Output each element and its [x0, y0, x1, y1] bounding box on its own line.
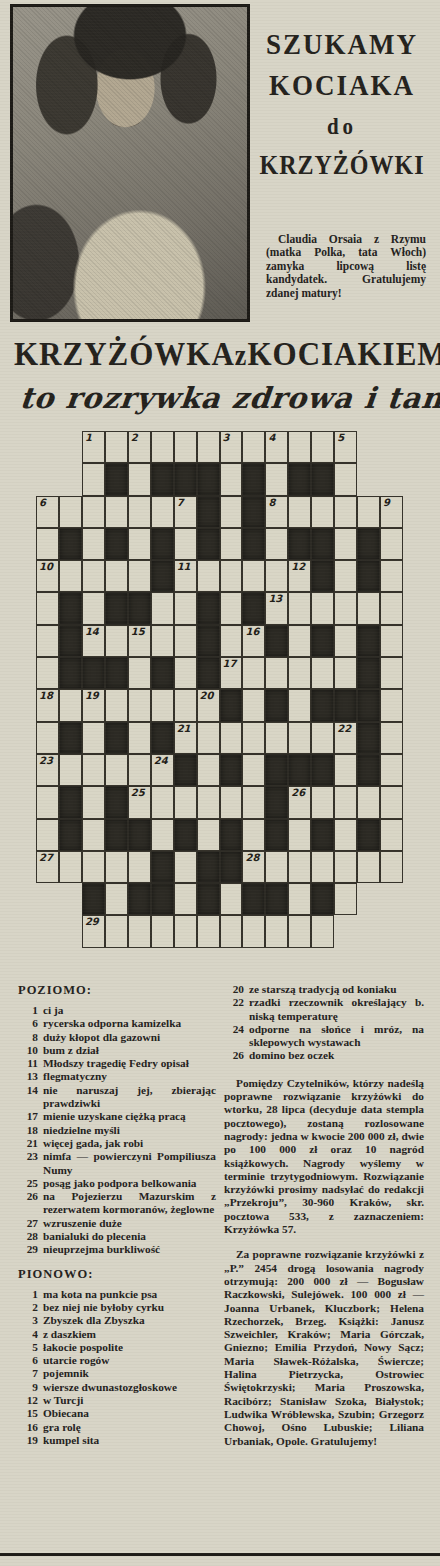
black-cell: [197, 851, 220, 883]
grid-cell[interactable]: [36, 786, 59, 818]
grid-cell[interactable]: [82, 496, 105, 528]
grid-cell[interactable]: [59, 496, 82, 528]
clue-number: 10: [18, 1044, 43, 1057]
grid-cell[interactable]: [128, 528, 151, 560]
grid-cell[interactable]: [242, 754, 265, 786]
grid-cell[interactable]: [220, 625, 243, 657]
grid-cell[interactable]: [242, 819, 265, 851]
black-cell: [311, 463, 334, 495]
grid-cell[interactable]: [59, 754, 82, 786]
grid-cell[interactable]: [242, 657, 265, 689]
grid-cell[interactable]: 13: [265, 592, 288, 624]
grid-cell[interactable]: [82, 722, 105, 754]
clue-number: 29: [18, 1243, 43, 1256]
black-cell: [357, 722, 380, 754]
clue-number: 26: [18, 1190, 43, 1217]
grid-cell[interactable]: [151, 689, 174, 721]
grid-cell[interactable]: [220, 883, 243, 915]
grid-cell[interactable]: [311, 722, 334, 754]
across-clue-list: 1ci ja6rycerska odporna kamizelka8duży k…: [18, 1004, 216, 1257]
cell-number: 3: [223, 432, 230, 444]
grid-cell[interactable]: 27: [36, 851, 59, 883]
grid-cell[interactable]: [311, 851, 334, 883]
black-cell: [265, 883, 288, 915]
grid-cell[interactable]: 18: [36, 689, 59, 721]
grid-cell[interactable]: [288, 592, 311, 624]
grid-cell[interactable]: 25: [128, 786, 151, 818]
grid-cell[interactable]: [288, 431, 311, 463]
grid-cell[interactable]: [174, 625, 197, 657]
grid-cell[interactable]: [334, 819, 357, 851]
grid-cell[interactable]: [311, 657, 334, 689]
grid-cell[interactable]: [334, 625, 357, 657]
clue-number: 8: [18, 1031, 43, 1044]
cell-number: 5: [337, 432, 344, 444]
clue-number: 17: [18, 1110, 43, 1123]
black-cell: [59, 625, 82, 657]
grid-cell[interactable]: [128, 915, 151, 947]
clue-item: 1ma kota na punkcie psa: [18, 1288, 216, 1301]
cell-number: 11: [177, 561, 191, 573]
clue-text: wiersze dwunastozgłoskowe: [43, 1381, 216, 1394]
grid-cell[interactable]: [288, 657, 311, 689]
grid-cell[interactable]: [174, 657, 197, 689]
black-cell: [128, 819, 151, 851]
clue-text: mienie uzyskane ciężką pracą: [43, 1110, 216, 1123]
clue-item: 10bum z dział: [18, 1044, 216, 1057]
grid-cell[interactable]: [380, 786, 403, 818]
grid-cell[interactable]: [197, 915, 220, 947]
black-cell: [311, 754, 334, 786]
grid-cell[interactable]: [105, 915, 128, 947]
grid-cell[interactable]: [380, 657, 403, 689]
black-cell: [105, 819, 128, 851]
grid-cell[interactable]: [334, 754, 357, 786]
grid-cell[interactable]: 1: [82, 431, 105, 463]
grid-cell[interactable]: 11: [174, 560, 197, 592]
grid-cell[interactable]: 12: [288, 560, 311, 592]
grid-cell[interactable]: [82, 851, 105, 883]
tagline: to rozrywka zdrowa i tania: [18, 381, 422, 415]
portrait-photo: [10, 4, 250, 322]
clue-number: 11: [18, 1057, 43, 1070]
grid-cell[interactable]: [265, 528, 288, 560]
clue-text: Zbyszek dla Zbyszka: [43, 1314, 216, 1327]
grid-cell[interactable]: [151, 625, 174, 657]
black-cell: [220, 851, 243, 883]
grid-cell[interactable]: [105, 883, 128, 915]
cell-number: 1: [85, 432, 92, 444]
magazine-page: { "page": {"background": "#d8d5c7", "ink…: [0, 0, 440, 1566]
black-cell: [128, 883, 151, 915]
contest-paragraph-2: Za poprawne rozwiązanie krzyżówki z „P.”…: [224, 1248, 424, 1447]
grid-cell[interactable]: [380, 592, 403, 624]
intro-paragraph: Claudia Orsaia z Rzymu (matka Polka, tat…: [266, 233, 426, 301]
grid-cell[interactable]: [174, 528, 197, 560]
grid-cell[interactable]: 4: [265, 431, 288, 463]
grid-cell[interactable]: 17: [220, 657, 243, 689]
black-cell: [151, 560, 174, 592]
grid-cell[interactable]: [59, 689, 82, 721]
page-title: KRZYŻÓWKA z KOCIAKIEM: [14, 334, 426, 374]
black-cell: [59, 657, 82, 689]
grid-cell[interactable]: [174, 851, 197, 883]
black-cell: [311, 528, 334, 560]
grid-cell[interactable]: [242, 560, 265, 592]
grid-cell[interactable]: 20: [197, 689, 220, 721]
black-cell: [197, 496, 220, 528]
grid-cell[interactable]: [151, 915, 174, 947]
black-cell: [197, 883, 220, 915]
across-header: POZIOMO:: [18, 983, 216, 998]
black-cell: [357, 657, 380, 689]
black-cell: [105, 786, 128, 818]
grid-cell[interactable]: [82, 560, 105, 592]
clue-item: 6rycerska odporna kamizelka: [18, 1017, 216, 1030]
clue-number: 2: [18, 1301, 43, 1314]
grid-cell[interactable]: [82, 592, 105, 624]
grid-cell[interactable]: [174, 915, 197, 947]
grid-cell[interactable]: [105, 496, 128, 528]
grid-cell[interactable]: [265, 463, 288, 495]
black-cell: [151, 463, 174, 495]
black-cell: [220, 689, 243, 721]
grid-cell[interactable]: [220, 560, 243, 592]
grid-cell[interactable]: [334, 883, 357, 915]
clue-item: 2bez niej nie byłoby cyrku: [18, 1301, 216, 1314]
masthead-line-4: KRZYŻÓWKI: [256, 149, 428, 181]
grid-cell[interactable]: [36, 819, 59, 851]
grid-cell[interactable]: [151, 592, 174, 624]
grid-cell[interactable]: [380, 851, 403, 883]
clue-item: 6utarcie rogów: [18, 1354, 216, 1367]
clue-item: 14nie naruszaj jej, zbierając prawdziwki: [18, 1084, 216, 1111]
clue-number: 20: [224, 983, 249, 996]
grid-cell[interactable]: [197, 560, 220, 592]
clue-number: 4: [18, 1328, 43, 1341]
grid-cell[interactable]: [288, 819, 311, 851]
clue-number: 21: [18, 1137, 43, 1150]
grid-cell[interactable]: [36, 657, 59, 689]
grid-cell[interactable]: 16: [242, 625, 265, 657]
grid-cell[interactable]: [265, 560, 288, 592]
clue-item: 15Obiecana: [18, 1407, 216, 1420]
grid-cell[interactable]: 19: [82, 689, 105, 721]
grid-cell[interactable]: 29: [82, 915, 105, 947]
clue-item: 17mienie uzyskane ciężką pracą: [18, 1110, 216, 1123]
grid-cell[interactable]: [36, 528, 59, 560]
grid-cell[interactable]: [288, 722, 311, 754]
grid-cell[interactable]: [242, 915, 265, 947]
grid-cell[interactable]: [288, 915, 311, 947]
grid-cell[interactable]: [128, 754, 151, 786]
grid-cell[interactable]: [357, 851, 380, 883]
grid-cell[interactable]: [128, 689, 151, 721]
black-cell: [197, 528, 220, 560]
grid-cell[interactable]: [288, 625, 311, 657]
clue-item: 29nieuprzejma burkliwość: [18, 1243, 216, 1256]
clue-number: 27: [18, 1217, 43, 1230]
grid-cell[interactable]: [334, 463, 357, 495]
cell-number: 25: [131, 787, 145, 799]
grid-cell[interactable]: [380, 819, 403, 851]
clue-number: 5: [18, 1341, 43, 1354]
clues-right-column: 20ze starszą tradycją od koniaku22rzadki…: [224, 983, 424, 1460]
clue-item: 11Młodszy tragedię Fedry opisał: [18, 1057, 216, 1070]
grid-cell[interactable]: [105, 625, 128, 657]
grid-cell[interactable]: [242, 786, 265, 818]
grid-cell[interactable]: [105, 689, 128, 721]
clue-item: 28banialuki do plecenia: [18, 1230, 216, 1243]
grid-cell[interactable]: [380, 528, 403, 560]
black-cell: [220, 754, 243, 786]
grid-cell[interactable]: [128, 851, 151, 883]
clue-text: kumpel sita: [43, 1434, 216, 1447]
grid-cell[interactable]: [174, 883, 197, 915]
clue-item: 20ze starszą tradycją od koniaku: [224, 983, 424, 996]
clue-text: nimfa — powierczyni Pompiliusza Numy: [43, 1150, 216, 1177]
grid-cell[interactable]: 22: [334, 722, 357, 754]
black-cell: [59, 528, 82, 560]
cell-number: 17: [223, 658, 237, 670]
grid-cell[interactable]: [174, 592, 197, 624]
black-cell: [174, 463, 197, 495]
grid-cell[interactable]: [311, 592, 334, 624]
black-cell: [265, 689, 288, 721]
grid-cell[interactable]: [357, 592, 380, 624]
grid-cell[interactable]: 26: [288, 786, 311, 818]
grid-cell[interactable]: [197, 754, 220, 786]
grid-cell[interactable]: 5: [334, 431, 357, 463]
black-cell: [59, 819, 82, 851]
grid-cell[interactable]: [82, 754, 105, 786]
clue-text: rycerska odporna kamizelka: [43, 1017, 216, 1030]
grid-cell[interactable]: [380, 754, 403, 786]
clue-text: rzadki rzeczownik określający b. niską t…: [249, 996, 424, 1023]
grid-cell[interactable]: [36, 592, 59, 624]
grid-cell[interactable]: [288, 883, 311, 915]
grid-cell[interactable]: 8: [265, 496, 288, 528]
clue-number: 6: [18, 1354, 43, 1367]
grid-cell[interactable]: [220, 722, 243, 754]
grid-cell[interactable]: 15: [128, 625, 151, 657]
black-cell: [357, 625, 380, 657]
grid-cell[interactable]: [334, 657, 357, 689]
grid-cell[interactable]: [311, 431, 334, 463]
grid-cell[interactable]: 21: [174, 722, 197, 754]
black-cell: [288, 463, 311, 495]
clue-text: wzruszenie duże: [43, 1217, 216, 1230]
grid-cell[interactable]: [220, 786, 243, 818]
clue-item: 3Zbyszek dla Zbyszka: [18, 1314, 216, 1327]
clue-number: 19: [18, 1434, 43, 1447]
grid-cell[interactable]: [380, 689, 403, 721]
grid-cell[interactable]: [59, 851, 82, 883]
clue-item: 27wzruszenie duże: [18, 1217, 216, 1230]
grid-cell[interactable]: [265, 657, 288, 689]
grid-cell[interactable]: [380, 560, 403, 592]
grid-cell[interactable]: [128, 496, 151, 528]
grid-cell[interactable]: [105, 851, 128, 883]
clue-text: łakocie pospolite: [43, 1341, 216, 1354]
cell-number: 10: [39, 561, 53, 573]
grid-cell[interactable]: [357, 786, 380, 818]
grid-cell[interactable]: [59, 560, 82, 592]
clue-item: 26domino bez oczek: [224, 1049, 424, 1062]
grid-cell[interactable]: [82, 528, 105, 560]
grid-cell[interactable]: [334, 496, 357, 528]
black-cell: [265, 819, 288, 851]
grid-cell[interactable]: [36, 722, 59, 754]
grid-cell[interactable]: [242, 689, 265, 721]
grid-cell[interactable]: [220, 915, 243, 947]
cell-number: 19: [85, 690, 99, 702]
black-cell: [151, 851, 174, 883]
clue-text: posąg jako podpora belkowania: [43, 1177, 216, 1190]
clue-number: 3: [18, 1314, 43, 1327]
grid-cell[interactable]: [128, 560, 151, 592]
grid-cell[interactable]: [288, 851, 311, 883]
grid-cell[interactable]: [197, 431, 220, 463]
cell-number: 28: [245, 852, 259, 864]
clues-left-column: POZIOMO: 1ci ja6rycerska odporna kamizel…: [18, 983, 216, 1447]
grid-cell[interactable]: [220, 496, 243, 528]
grid-cell[interactable]: [380, 625, 403, 657]
clue-number: 14: [18, 1084, 43, 1111]
clue-item: 18niedzielne myśli: [18, 1124, 216, 1137]
grid-cell[interactable]: [174, 431, 197, 463]
grid-cell[interactable]: [220, 592, 243, 624]
grid-cell[interactable]: [151, 819, 174, 851]
grid-cell[interactable]: [334, 560, 357, 592]
grid-cell[interactable]: [265, 915, 288, 947]
grid-cell[interactable]: [82, 819, 105, 851]
clue-number: 24: [224, 1023, 249, 1050]
black-cell: [242, 528, 265, 560]
grid-cell[interactable]: [128, 722, 151, 754]
black-cell: [357, 560, 380, 592]
clue-item: 9wiersze dwunastozgłoskowe: [18, 1381, 216, 1394]
grid-cell[interactable]: [105, 754, 128, 786]
masthead-line-2: KOCIAKA: [256, 69, 428, 101]
grid-cell[interactable]: [197, 786, 220, 818]
grid-cell[interactable]: 10: [36, 560, 59, 592]
clue-text: domino bez oczek: [249, 1049, 424, 1062]
clue-number: 12: [18, 1394, 43, 1407]
grid-cell[interactable]: [334, 851, 357, 883]
cell-number: 6: [39, 497, 46, 509]
cell-number: 22: [337, 723, 351, 735]
cell-number: 24: [154, 755, 168, 767]
grid-cell[interactable]: [334, 528, 357, 560]
cell-number: 2: [131, 432, 138, 444]
clue-number: 22: [224, 996, 249, 1023]
grid-cell[interactable]: [288, 496, 311, 528]
clue-text: Młodszy tragedię Fedry opisał: [43, 1057, 216, 1070]
clue-number: 18: [18, 1124, 43, 1137]
grid-cell[interactable]: [82, 786, 105, 818]
black-cell: [151, 657, 174, 689]
grid-cell[interactable]: [82, 463, 105, 495]
grid-cell[interactable]: [334, 786, 357, 818]
grid-cell[interactable]: 28: [242, 851, 265, 883]
grid-cell[interactable]: 7: [174, 496, 197, 528]
grid-cell[interactable]: 24: [151, 754, 174, 786]
cell-number: 23: [39, 755, 53, 767]
grid-cell[interactable]: [311, 496, 334, 528]
grid-cell[interactable]: [128, 657, 151, 689]
grid-cell[interactable]: [265, 722, 288, 754]
grid-cell[interactable]: [197, 819, 220, 851]
grid-cell[interactable]: [288, 689, 311, 721]
black-cell: [105, 722, 128, 754]
grid-cell[interactable]: [105, 431, 128, 463]
grid-cell[interactable]: [242, 722, 265, 754]
grid-cell[interactable]: 6: [36, 496, 59, 528]
grid-cell[interactable]: [380, 722, 403, 754]
grid-cell[interactable]: 23: [36, 754, 59, 786]
black-cell: [197, 463, 220, 495]
page-bottom-rule: [0, 1553, 440, 1556]
grid-cell[interactable]: [357, 496, 380, 528]
grid-cell[interactable]: [174, 689, 197, 721]
grid-cell[interactable]: [151, 786, 174, 818]
grid-cell[interactable]: [128, 463, 151, 495]
black-cell: [311, 560, 334, 592]
clue-text: z daszkiem: [43, 1328, 216, 1341]
grid-cell[interactable]: [151, 431, 174, 463]
clue-item: 8duży kłopot dla gazowni: [18, 1031, 216, 1044]
grid-cell[interactable]: 3: [220, 431, 243, 463]
grid-cell[interactable]: [311, 786, 334, 818]
clue-text: gra rolę: [43, 1421, 216, 1434]
grid-cell[interactable]: 14: [82, 625, 105, 657]
grid-cell[interactable]: [105, 560, 128, 592]
clue-number: 15: [18, 1407, 43, 1420]
black-cell: [357, 689, 380, 721]
clue-item: 21więcej gada, jak robi: [18, 1137, 216, 1150]
grid-cell[interactable]: [311, 915, 334, 947]
black-cell: [357, 528, 380, 560]
clue-text: niedzielne myśli: [43, 1124, 216, 1137]
black-cell: [265, 625, 288, 657]
black-cell: [128, 592, 151, 624]
grid-cell[interactable]: [265, 851, 288, 883]
cell-number: 18: [39, 690, 53, 702]
black-cell: [151, 722, 174, 754]
grid-cell[interactable]: 9: [380, 496, 403, 528]
cell-number: 8: [268, 497, 275, 509]
clue-item: 12w Turcji: [18, 1394, 216, 1407]
grid-cell[interactable]: [220, 463, 243, 495]
clue-text: duży kłopot dla gazowni: [43, 1031, 216, 1044]
clue-item: 23nimfa — powierczyni Pompiliusza Numy: [18, 1150, 216, 1177]
grid-cell[interactable]: [242, 431, 265, 463]
grid-cell[interactable]: [151, 496, 174, 528]
grid-cell[interactable]: [174, 786, 197, 818]
masthead-line-1: SZUKAMY: [256, 28, 428, 60]
clue-number: 1: [18, 1004, 43, 1017]
grid-cell[interactable]: [220, 528, 243, 560]
grid-cell[interactable]: [334, 592, 357, 624]
cell-number: 4: [268, 432, 275, 444]
clue-item: 25posąg jako podpora belkowania: [18, 1177, 216, 1190]
grid-cell[interactable]: [36, 625, 59, 657]
cell-number: 14: [85, 626, 99, 638]
grid-cell[interactable]: 2: [128, 431, 151, 463]
grid-cell[interactable]: [197, 722, 220, 754]
clue-number: 6: [18, 1017, 43, 1030]
